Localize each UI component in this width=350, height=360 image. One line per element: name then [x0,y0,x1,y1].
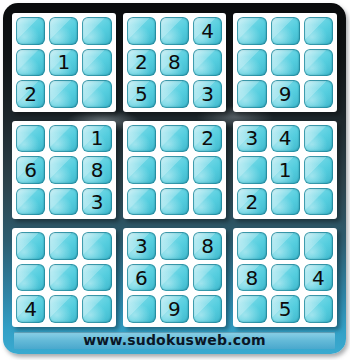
given-digit: 1 [91,128,104,148]
sudoku-cell-r2c9[interactable] [304,49,333,77]
sudoku-cell-r8c6[interactable] [193,264,222,292]
sudoku-cell-r8c2[interactable] [49,264,78,292]
given-digit: 3 [135,236,148,256]
given-digit: 3 [91,192,104,212]
sudoku-box-7: 4 [12,228,116,327]
sudoku-cell-r5c6[interactable] [193,156,222,184]
given-digit: 4 [279,128,292,148]
sudoku-box-1: 12 [12,13,116,112]
sudoku-cell-r4c9[interactable] [304,125,333,153]
sudoku-cell-r3c9[interactable] [304,80,333,108]
sudoku-cell-r5c4[interactable] [127,156,156,184]
sudoku-cell-r7c2[interactable] [49,232,78,260]
sudoku-cell-r2c7[interactable] [237,49,266,77]
sudoku-cell-r3c6[interactable]: 3 [193,80,222,108]
sudoku-cell-r9c5[interactable]: 9 [160,295,189,323]
website-url[interactable]: www.sudokusweb.com [83,332,266,349]
given-digit: 4 [201,21,214,41]
sudoku-cell-r7c4[interactable]: 3 [127,232,156,260]
sudoku-cell-r9c9[interactable] [304,295,333,323]
sudoku-cell-r6c6[interactable] [193,188,222,216]
sudoku-cell-r8c8[interactable] [271,264,300,292]
given-digit: 5 [279,299,292,319]
sudoku-box-3: 9 [233,13,337,112]
sudoku-cell-r4c4[interactable] [127,125,156,153]
sudoku-cell-r7c5[interactable] [160,232,189,260]
given-digit: 6 [24,160,37,180]
sudoku-cell-r1c6[interactable]: 4 [193,17,222,45]
sudoku-cell-r9c4[interactable] [127,295,156,323]
sudoku-cell-r7c1[interactable] [16,232,45,260]
given-digit: 8 [91,160,104,180]
sudoku-cell-r6c3[interactable]: 3 [82,188,111,216]
sudoku-cell-r2c6[interactable] [193,49,222,77]
given-digit: 4 [312,268,325,288]
sudoku-cell-r9c3[interactable] [82,295,111,323]
sudoku-cell-r1c7[interactable] [237,17,266,45]
sudoku-box-9: 845 [233,228,337,327]
given-digit: 1 [57,52,70,72]
sudoku-box-6: 3412 [233,121,337,220]
sudoku-cell-r9c1[interactable]: 4 [16,295,45,323]
given-digit: 3 [201,84,214,104]
sudoku-cell-r4c6[interactable]: 2 [193,125,222,153]
sudoku-cell-r3c3[interactable] [82,80,111,108]
sudoku-cell-r5c2[interactable] [49,156,78,184]
sudoku-cell-r5c9[interactable] [304,156,333,184]
footer-band: www.sudokusweb.com [14,332,335,349]
sudoku-cell-r4c8[interactable]: 4 [271,125,300,153]
given-digit: 5 [135,84,148,104]
sudoku-cell-r6c2[interactable] [49,188,78,216]
sudoku-cell-r3c2[interactable] [49,80,78,108]
sudoku-cell-r8c1[interactable] [16,264,45,292]
given-digit: 2 [246,192,259,212]
given-digit: 2 [201,128,214,148]
sudoku-cell-r2c4[interactable]: 2 [127,49,156,77]
sudoku-cell-r2c1[interactable] [16,49,45,77]
sudoku-box-2: 42853 [123,13,227,112]
sudoku-cell-r4c3[interactable]: 1 [82,125,111,153]
sudoku-board: 1242853916832341243869845 www.sudokusweb… [3,3,346,354]
given-digit: 9 [168,299,181,319]
sudoku-cell-r4c2[interactable] [49,125,78,153]
sudoku-grid: 1242853916832341243869845 [12,13,337,327]
sudoku-cell-r7c9[interactable] [304,232,333,260]
sudoku-cell-r6c9[interactable] [304,188,333,216]
sudoku-cell-r8c7[interactable]: 8 [237,264,266,292]
sudoku-cell-r7c6[interactable]: 8 [193,232,222,260]
given-digit: 2 [135,52,148,72]
given-digit: 9 [279,84,292,104]
given-digit: 4 [24,299,37,319]
sudoku-cell-r6c7[interactable]: 2 [237,188,266,216]
sudoku-box-4: 1683 [12,121,116,220]
sudoku-cell-r9c6[interactable] [193,295,222,323]
sudoku-cell-r9c8[interactable]: 5 [271,295,300,323]
sudoku-cell-r1c3[interactable] [82,17,111,45]
given-digit: 6 [135,268,148,288]
sudoku-cell-r2c2[interactable]: 1 [49,49,78,77]
sudoku-cell-r3c1[interactable]: 2 [16,80,45,108]
given-digit: 8 [201,236,214,256]
sudoku-cell-r8c4[interactable]: 6 [127,264,156,292]
sudoku-cell-r6c8[interactable] [271,188,300,216]
sudoku-cell-r6c5[interactable] [160,188,189,216]
sudoku-cell-r2c5[interactable]: 8 [160,49,189,77]
sudoku-cell-r3c5[interactable] [160,80,189,108]
sudoku-page: 1242853916832341243869845 www.sudokusweb… [0,0,350,360]
sudoku-cell-r8c9[interactable]: 4 [304,264,333,292]
sudoku-cell-r1c8[interactable] [271,17,300,45]
sudoku-cell-r5c8[interactable]: 1 [271,156,300,184]
sudoku-cell-r6c4[interactable] [127,188,156,216]
sudoku-cell-r7c7[interactable] [237,232,266,260]
sudoku-cell-r1c2[interactable] [49,17,78,45]
sudoku-cell-r1c9[interactable] [304,17,333,45]
sudoku-cell-r8c3[interactable] [82,264,111,292]
sudoku-cell-r7c3[interactable] [82,232,111,260]
sudoku-cell-r9c2[interactable] [49,295,78,323]
sudoku-box-8: 3869 [123,228,227,327]
given-digit: 3 [246,128,259,148]
sudoku-cell-r3c4[interactable]: 5 [127,80,156,108]
given-digit: 8 [246,268,259,288]
sudoku-cell-r9c7[interactable] [237,295,266,323]
sudoku-cell-r5c1[interactable]: 6 [16,156,45,184]
sudoku-cell-r5c3[interactable]: 8 [82,156,111,184]
sudoku-cell-r7c8[interactable] [271,232,300,260]
sudoku-cell-r1c4[interactable] [127,17,156,45]
sudoku-cell-r2c3[interactable] [82,49,111,77]
sudoku-cell-r3c7[interactable] [237,80,266,108]
given-digit: 8 [168,52,181,72]
sudoku-cell-r4c1[interactable] [16,125,45,153]
sudoku-cell-r4c7[interactable]: 3 [237,125,266,153]
sudoku-box-5: 2 [123,121,227,220]
sudoku-cell-r3c8[interactable]: 9 [271,80,300,108]
given-digit: 1 [279,160,292,180]
sudoku-cell-r1c1[interactable] [16,17,45,45]
sudoku-cell-r2c8[interactable] [271,49,300,77]
sudoku-cell-r4c5[interactable] [160,125,189,153]
sudoku-cell-r6c1[interactable] [16,188,45,216]
sudoku-cell-r5c7[interactable] [237,156,266,184]
sudoku-cell-r5c5[interactable] [160,156,189,184]
given-digit: 2 [24,84,37,104]
sudoku-cell-r1c5[interactable] [160,17,189,45]
sudoku-cell-r8c5[interactable] [160,264,189,292]
